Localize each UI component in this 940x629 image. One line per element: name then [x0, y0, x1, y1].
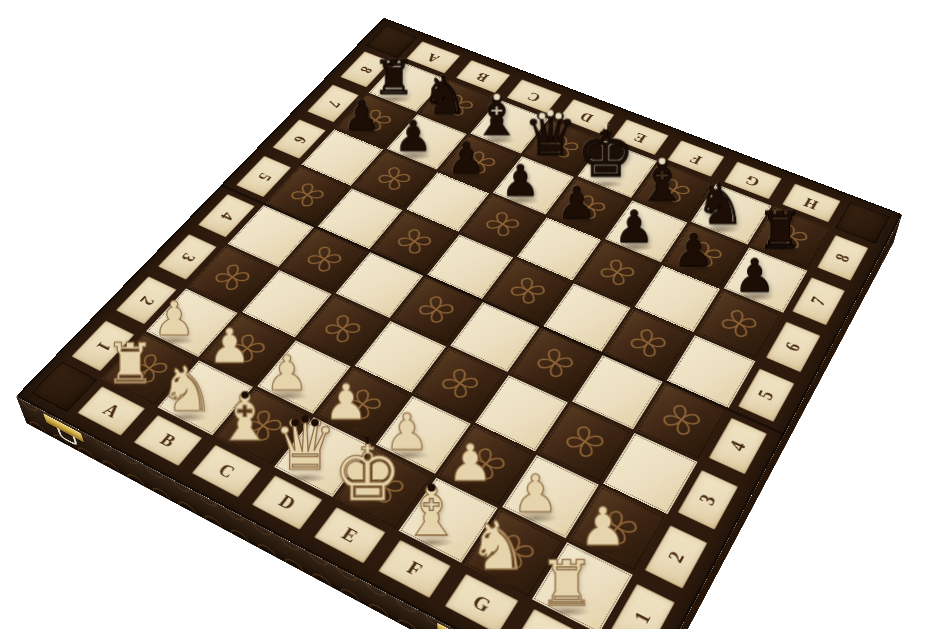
piece-white-queen-d1[interactable]: ♛ [273, 411, 337, 479]
piece-black-king-e8[interactable]: ♚ [577, 124, 635, 185]
rank-label-text: 4 [726, 438, 751, 454]
piece-white-bishop-c1[interactable]: ♝ [216, 387, 274, 449]
bishop-ball-finial [241, 391, 249, 399]
file-label-text: B [156, 430, 180, 452]
file-label-text: A [424, 50, 443, 64]
piece-black-pawn-f7[interactable]: ♟ [614, 206, 654, 248]
chess-set: ABCDEFGH8♜♞♝♛♚♝♞♜87♟♟♟♟♟♟♟♟7665544332♟♟♟… [159, 0, 806, 624]
file-label-text: C [214, 459, 239, 482]
piece-white-rook-h1[interactable]: ♜ [539, 554, 595, 614]
queen-crown-balls [547, 110, 553, 116]
piece-black-pawn-c7[interactable]: ♟ [447, 139, 485, 180]
file-label-text: F [687, 151, 704, 166]
bishop-ball-finial [494, 94, 500, 100]
piece-white-pawn-h2[interactable]: ♟ [579, 503, 626, 553]
piece-white-knight-b1[interactable]: ♞ [159, 360, 215, 419]
piece-black-pawn-a7[interactable]: ♟ [343, 97, 380, 137]
rank-label-text: 7 [807, 294, 830, 308]
piece-white-knight-g1[interactable]: ♞ [468, 514, 528, 578]
rank-label-text: 5 [754, 387, 778, 403]
rank-label-text: 3 [177, 250, 199, 263]
piece-black-pawn-e7[interactable]: ♟ [557, 183, 596, 225]
piece-black-pawn-d7[interactable]: ♟ [501, 161, 540, 202]
file-label-text: G [468, 590, 495, 617]
rank-label-text: 6 [289, 133, 309, 145]
frame-corner [31, 361, 97, 412]
board-grid: ABCDEFGH8♜♞♝♛♚♝♞♜87♟♟♟♟♟♟♟♟7665544332♟♟♟… [31, 25, 890, 629]
chess-board: ABCDEFGH8♜♞♝♛♚♝♞♜87♟♟♟♟♟♟♟♟7665544332♟♟♟… [16, 18, 902, 629]
file-label-text: D [274, 491, 299, 515]
bishop-ball-finial [659, 158, 666, 165]
rank-label-text: 1 [629, 607, 656, 627]
piece-black-pawn-h7[interactable]: ♟ [734, 255, 775, 299]
piece-white-bishop-f1[interactable]: ♝ [401, 479, 462, 544]
latch-hook [57, 428, 78, 447]
rank-label-text: 3 [695, 491, 721, 508]
file-label-text: G [743, 172, 763, 189]
piece-white-pawn-b2[interactable]: ♟ [208, 324, 251, 369]
file-label-text: H [802, 194, 822, 211]
file-label-text: B [474, 70, 492, 84]
rank-label-text: 6 [782, 339, 806, 354]
piece-white-rook-a1[interactable]: ♜ [105, 337, 155, 390]
piece-white-pawn-a2[interactable]: ♟ [153, 297, 195, 342]
carved-flower-ornament [581, 245, 654, 301]
rank-label-text: 8 [832, 251, 855, 264]
king-cross-finial [604, 119, 607, 129]
photo-canvas: ABCDEFGH8♜♞♝♛♚♝♞♜87♟♟♟♟♟♟♟♟7665544332♟♟♟… [0, 0, 940, 629]
rank-label-text: 5 [253, 170, 274, 182]
piece-black-pawn-g7[interactable]: ♟ [673, 230, 714, 273]
rank-label-text: 7 [323, 98, 343, 109]
file-label-text: F [403, 557, 427, 581]
bishop-ball-finial [427, 484, 435, 492]
queen-crown-balls [301, 416, 309, 424]
file-label-text: E [337, 523, 362, 547]
rank-label-text: 4 [216, 209, 237, 222]
king-cross-finial [365, 432, 368, 444]
piece-black-pawn-b7[interactable]: ♟ [394, 117, 432, 157]
rank-label-text: 2 [663, 547, 689, 566]
piece-white-king-e1[interactable]: ♚ [332, 438, 401, 512]
file-label-text: A [99, 400, 124, 421]
